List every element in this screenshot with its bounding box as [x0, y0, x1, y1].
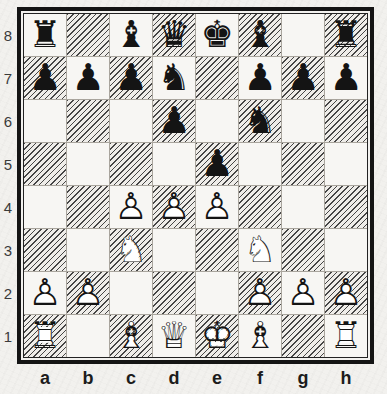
piece-black-pawn: ♟: [67, 57, 109, 99]
rank-label-5: 5: [0, 143, 16, 185]
file-label-d: d: [153, 366, 195, 390]
square-b2: ♟♙: [67, 272, 109, 314]
black-pawn-icon: ♟: [24, 57, 66, 99]
file-labels: abcdefgh: [24, 366, 367, 390]
square-c6: [110, 100, 152, 142]
square-e4: ♟♙: [196, 186, 238, 228]
square-a4: [24, 186, 66, 228]
rank-label-7: 7: [0, 57, 16, 99]
piece-white-bishop: ♝♗: [110, 315, 152, 357]
black-rook-icon: ♜: [24, 14, 66, 56]
square-a8: ♜: [24, 14, 66, 56]
square-a3: [24, 229, 66, 271]
square-g4: [282, 186, 324, 228]
square-b5: [67, 143, 109, 185]
white-king-icon: ♔: [196, 315, 238, 357]
piece-white-pawn: ♟♙: [24, 272, 66, 314]
white-pawn-icon: ♙: [239, 272, 281, 314]
black-queen-icon: ♛: [153, 14, 195, 56]
piece-white-pawn: ♟♙: [239, 272, 281, 314]
square-c2: [110, 272, 152, 314]
square-e1: ♚♔: [196, 315, 238, 357]
square-b8: [67, 14, 109, 56]
square-h1: ♜♖: [325, 315, 367, 357]
rank-label-3: 3: [0, 229, 16, 271]
piece-white-rook: ♜♖: [24, 315, 66, 357]
piece-white-knight: ♞♘: [239, 229, 281, 271]
chess-diagram: 87654321 ♜♝♛♚♝♜♟♟♟♞♟♟♟♟♞♟♟♙♟♙♟♙♞♘♞♘♟♙♟♙♟…: [0, 0, 387, 394]
square-d8: ♛: [153, 14, 195, 56]
rank-label-2: 2: [0, 272, 16, 314]
square-a5: [24, 143, 66, 185]
square-f5: [239, 143, 281, 185]
square-h8: ♜: [325, 14, 367, 56]
square-a6: [24, 100, 66, 142]
piece-black-pawn: ♟: [24, 57, 66, 99]
piece-black-bishop: ♝: [239, 14, 281, 56]
piece-black-pawn: ♟: [110, 57, 152, 99]
black-pawn-icon: ♟: [196, 143, 238, 185]
white-rook-icon: ♖: [325, 315, 367, 357]
square-g7: ♟: [282, 57, 324, 99]
square-h3: [325, 229, 367, 271]
chess-board: ♜♝♛♚♝♜♟♟♟♞♟♟♟♟♞♟♟♙♟♙♟♙♞♘♞♘♟♙♟♙♟♙♟♙♟♙♜♖♝♗…: [24, 14, 367, 357]
square-e3: [196, 229, 238, 271]
white-rook-icon: ♖: [24, 315, 66, 357]
square-g6: [282, 100, 324, 142]
rank-labels: 87654321: [0, 14, 16, 357]
black-king-icon: ♚: [196, 14, 238, 56]
square-g3: [282, 229, 324, 271]
black-pawn-icon: ♟: [110, 57, 152, 99]
file-label-c: c: [110, 366, 152, 390]
piece-white-pawn: ♟♙: [325, 272, 367, 314]
piece-white-knight: ♞♘: [110, 229, 152, 271]
square-c8: ♝: [110, 14, 152, 56]
square-c3: ♞♘: [110, 229, 152, 271]
piece-white-queen: ♛♕: [153, 315, 195, 357]
white-bishop-icon: ♗: [239, 315, 281, 357]
square-b1: [67, 315, 109, 357]
black-knight-icon: ♞: [239, 100, 281, 142]
square-e2: [196, 272, 238, 314]
piece-black-king: ♚: [196, 14, 238, 56]
square-e5: ♟: [196, 143, 238, 185]
square-d4: ♟♙: [153, 186, 195, 228]
black-pawn-icon: ♟: [282, 57, 324, 99]
square-f1: ♝♗: [239, 315, 281, 357]
square-b6: [67, 100, 109, 142]
square-c7: ♟: [110, 57, 152, 99]
piece-black-pawn: ♟: [196, 143, 238, 185]
square-b3: [67, 229, 109, 271]
square-a1: ♜♖: [24, 315, 66, 357]
square-g5: [282, 143, 324, 185]
square-d7: ♞: [153, 57, 195, 99]
square-c4: ♟♙: [110, 186, 152, 228]
piece-white-pawn: ♟♙: [196, 186, 238, 228]
white-pawn-icon: ♙: [282, 272, 324, 314]
file-label-h: h: [325, 366, 367, 390]
square-f8: ♝: [239, 14, 281, 56]
square-a7: ♟: [24, 57, 66, 99]
square-a2: ♟♙: [24, 272, 66, 314]
white-queen-icon: ♕: [153, 315, 195, 357]
square-e7: [196, 57, 238, 99]
white-pawn-icon: ♙: [67, 272, 109, 314]
black-bishop-icon: ♝: [239, 14, 281, 56]
square-g1: [282, 315, 324, 357]
white-pawn-icon: ♙: [153, 186, 195, 228]
square-g8: [282, 14, 324, 56]
rank-label-6: 6: [0, 100, 16, 142]
square-e8: ♚: [196, 14, 238, 56]
board-inner-border: ♜♝♛♚♝♜♟♟♟♞♟♟♟♟♞♟♟♙♟♙♟♙♞♘♞♘♟♙♟♙♟♙♟♙♟♙♜♖♝♗…: [23, 13, 368, 358]
square-d6: ♟: [153, 100, 195, 142]
square-f7: ♟: [239, 57, 281, 99]
piece-white-king: ♚♔: [196, 315, 238, 357]
square-f4: [239, 186, 281, 228]
square-e6: [196, 100, 238, 142]
piece-black-pawn: ♟: [239, 57, 281, 99]
black-pawn-icon: ♟: [153, 100, 195, 142]
piece-black-rook: ♜: [325, 14, 367, 56]
black-knight-icon: ♞: [153, 57, 195, 99]
board-frame: ♜♝♛♚♝♜♟♟♟♞♟♟♟♟♞♟♟♙♟♙♟♙♞♘♞♘♟♙♟♙♟♙♟♙♟♙♜♖♝♗…: [17, 7, 374, 364]
black-pawn-icon: ♟: [325, 57, 367, 99]
file-label-a: a: [24, 366, 66, 390]
white-knight-icon: ♘: [239, 229, 281, 271]
square-h6: [325, 100, 367, 142]
square-b4: [67, 186, 109, 228]
square-c1: ♝♗: [110, 315, 152, 357]
white-knight-icon: ♘: [110, 229, 152, 271]
file-label-g: g: [282, 366, 324, 390]
square-h4: [325, 186, 367, 228]
white-pawn-icon: ♙: [110, 186, 152, 228]
rank-label-8: 8: [0, 14, 16, 56]
piece-black-knight: ♞: [239, 100, 281, 142]
piece-white-rook: ♜♖: [325, 315, 367, 357]
file-label-f: f: [239, 366, 281, 390]
piece-black-pawn: ♟: [282, 57, 324, 99]
piece-white-pawn: ♟♙: [282, 272, 324, 314]
piece-black-pawn: ♟: [153, 100, 195, 142]
square-d2: [153, 272, 195, 314]
square-f2: ♟♙: [239, 272, 281, 314]
square-b7: ♟: [67, 57, 109, 99]
file-label-e: e: [196, 366, 238, 390]
black-rook-icon: ♜: [325, 14, 367, 56]
white-pawn-icon: ♙: [24, 272, 66, 314]
piece-white-pawn: ♟♙: [110, 186, 152, 228]
square-h2: ♟♙: [325, 272, 367, 314]
white-pawn-icon: ♙: [325, 272, 367, 314]
square-c5: [110, 143, 152, 185]
white-pawn-icon: ♙: [196, 186, 238, 228]
square-f6: ♞: [239, 100, 281, 142]
square-g2: ♟♙: [282, 272, 324, 314]
black-bishop-icon: ♝: [110, 14, 152, 56]
piece-white-bishop: ♝♗: [239, 315, 281, 357]
square-h7: ♟: [325, 57, 367, 99]
square-d1: ♛♕: [153, 315, 195, 357]
black-pawn-icon: ♟: [239, 57, 281, 99]
file-label-b: b: [67, 366, 109, 390]
square-f3: ♞♘: [239, 229, 281, 271]
square-h5: [325, 143, 367, 185]
piece-white-pawn: ♟♙: [67, 272, 109, 314]
piece-white-pawn: ♟♙: [153, 186, 195, 228]
square-d5: [153, 143, 195, 185]
piece-black-rook: ♜: [24, 14, 66, 56]
white-bishop-icon: ♗: [110, 315, 152, 357]
piece-black-bishop: ♝: [110, 14, 152, 56]
rank-label-4: 4: [0, 186, 16, 228]
piece-black-pawn: ♟: [325, 57, 367, 99]
rank-label-1: 1: [0, 315, 16, 357]
piece-black-knight: ♞: [153, 57, 195, 99]
black-pawn-icon: ♟: [67, 57, 109, 99]
piece-black-queen: ♛: [153, 14, 195, 56]
square-d3: [153, 229, 195, 271]
